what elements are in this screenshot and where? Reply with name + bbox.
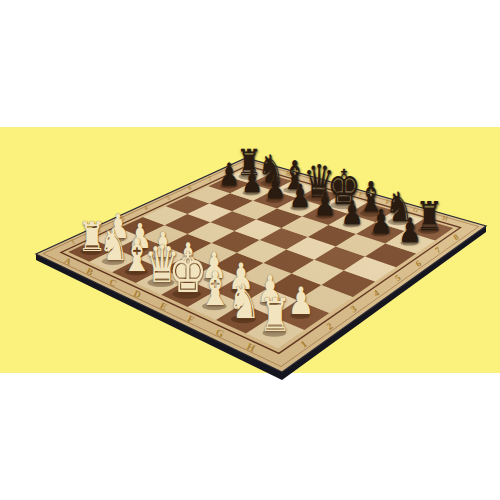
product-photo: A11AB22BC33CD44DE55EF66FG77GH88H ♜♞♟♝♟♛♟… — [0, 0, 500, 500]
chess-board: A11AB22BC33CD44DE55EF66FG77GH88H — [0, 0, 500, 500]
